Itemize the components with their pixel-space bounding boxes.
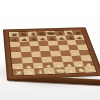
square-e1[interactable]: ♚ [54, 67, 66, 73]
piece-white-knight[interactable]: ♞ [24, 70, 35, 75]
square-a7[interactable]: ♟ [9, 37, 19, 42]
square-g2[interactable]: ♟ [72, 61, 84, 67]
piece-black-rook[interactable]: ♜ [9, 33, 19, 37]
piece-white-pawn[interactable]: ♟ [64, 63, 74, 68]
piece-black-pawn[interactable]: ♟ [29, 37, 39, 41]
square-c1[interactable]: ♝ [33, 68, 45, 75]
square-c3[interactable] [31, 57, 42, 63]
square-d2[interactable]: ♟ [42, 62, 53, 68]
square-a3[interactable] [11, 57, 22, 63]
square-f3[interactable] [61, 56, 72, 62]
piece-black-knight[interactable]: ♞ [65, 31, 74, 35]
square-e7[interactable]: ♟ [46, 36, 56, 41]
square-h2[interactable]: ♟ [82, 61, 94, 67]
chess-set-photo: ♜♞♝♛♚♝♞♜♟♟♟♟♟♟♟♟♟♟♟♟♟♟♟♟♜♞♝♛♚♝♞♜ [0, 0, 100, 100]
square-a4[interactable] [11, 52, 22, 58]
piece-black-pawn[interactable]: ♟ [19, 37, 29, 41]
piece-white-pawn[interactable]: ♟ [44, 63, 54, 68]
square-b7[interactable]: ♟ [19, 36, 29, 41]
square-c4[interactable] [31, 51, 42, 57]
piece-black-pawn[interactable]: ♟ [38, 37, 48, 41]
piece-black-king[interactable]: ♚ [46, 32, 55, 36]
square-h4[interactable] [79, 50, 90, 56]
square-e2[interactable]: ♟ [53, 62, 65, 68]
piece-black-pawn[interactable]: ♟ [75, 36, 84, 40]
square-h3[interactable] [80, 55, 92, 61]
square-f1[interactable]: ♝ [64, 67, 76, 73]
piece-black-pawn[interactable]: ♟ [10, 38, 20, 42]
piece-white-pawn[interactable]: ♟ [84, 62, 94, 67]
piece-white-pawn[interactable]: ♟ [13, 64, 24, 69]
chess-board-grid: ♜♞♝♛♚♝♞♜♟♟♟♟♟♟♟♟♟♟♟♟♟♟♟♟♜♞♝♛♚♝♞♜ [9, 30, 97, 75]
square-b3[interactable] [21, 57, 32, 63]
piece-white-queen[interactable]: ♛ [45, 69, 56, 74]
square-b2[interactable]: ♟ [22, 63, 33, 69]
square-d3[interactable] [41, 56, 52, 62]
square-g1[interactable]: ♞ [74, 67, 86, 73]
piece-white-king[interactable]: ♚ [55, 69, 65, 74]
square-c2[interactable]: ♟ [32, 62, 43, 68]
piece-black-pawn[interactable]: ♟ [57, 36, 66, 40]
piece-white-rook[interactable]: ♜ [86, 68, 97, 73]
piece-white-bishop[interactable]: ♝ [34, 70, 45, 75]
square-e3[interactable] [51, 56, 62, 62]
board-perspective-wrapper: ♜♞♝♛♚♝♞♜♟♟♟♟♟♟♟♟♟♟♟♟♟♟♟♟♜♞♝♛♚♝♞♜ [0, 0, 100, 100]
piece-black-pawn[interactable]: ♟ [66, 36, 75, 40]
square-d4[interactable] [40, 51, 51, 57]
piece-white-bishop[interactable]: ♝ [66, 68, 76, 73]
piece-black-queen[interactable]: ♛ [37, 32, 46, 36]
piece-black-rook[interactable]: ♜ [74, 31, 83, 35]
piece-black-knight[interactable]: ♞ [19, 33, 29, 37]
square-a8[interactable]: ♜ [9, 32, 19, 37]
square-b1[interactable]: ♞ [23, 69, 34, 76]
piece-black-bishop[interactable]: ♝ [28, 32, 38, 36]
square-b8[interactable]: ♞ [18, 32, 28, 37]
piece-white-pawn[interactable]: ♟ [33, 64, 44, 69]
square-a2[interactable]: ♟ [12, 63, 23, 69]
square-f2[interactable]: ♟ [63, 61, 75, 67]
chess-board[interactable]: ♜♞♝♛♚♝♞♜♟♟♟♟♟♟♟♟♟♟♟♟♟♟♟♟♜♞♝♛♚♝♞♜ [3, 27, 100, 80]
square-h1[interactable]: ♜ [84, 66, 96, 72]
square-f7[interactable]: ♟ [56, 35, 67, 40]
square-c7[interactable]: ♟ [28, 36, 38, 41]
piece-white-pawn[interactable]: ♟ [54, 63, 64, 68]
square-b4[interactable] [21, 52, 32, 58]
piece-white-pawn[interactable]: ♟ [74, 62, 84, 67]
square-e4[interactable] [50, 51, 61, 57]
piece-white-pawn[interactable]: ♟ [23, 64, 34, 69]
square-g3[interactable] [71, 55, 83, 61]
piece-black-pawn[interactable]: ♟ [48, 37, 57, 41]
square-d1[interactable]: ♛ [44, 68, 56, 74]
piece-white-knight[interactable]: ♞ [76, 68, 87, 73]
